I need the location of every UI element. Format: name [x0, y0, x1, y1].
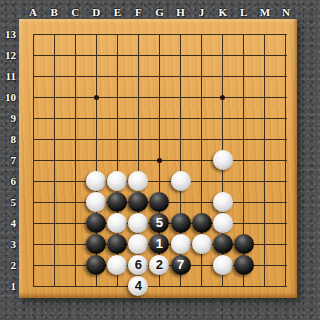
intersection-H6 [170, 171, 191, 192]
row-label-9: 9 [0, 108, 17, 129]
stone-white-D6[interactable] [86, 171, 106, 191]
column-label-L: L [233, 4, 254, 20]
intersection-D6 [86, 171, 107, 192]
row-label-13: 13 [0, 24, 17, 45]
stone-black-G5[interactable] [149, 192, 169, 212]
column-label-E: E [107, 4, 128, 20]
stone-white-K4[interactable] [213, 213, 233, 233]
stone-black-G4-move-5[interactable]: 5 [149, 213, 169, 233]
intersection-E5 [107, 192, 128, 213]
stone-white-J3[interactable] [192, 234, 212, 254]
stone-white-H3[interactable] [171, 234, 191, 254]
intersection-D3 [86, 234, 107, 255]
row-label-10: 10 [0, 87, 17, 108]
intersection-H4 [170, 213, 191, 234]
intersection-F5 [128, 192, 149, 213]
intersection-G2: 2 [149, 255, 170, 276]
stone-white-E2[interactable] [107, 255, 127, 275]
row-label-1: 1 [0, 276, 17, 297]
stone-white-H6[interactable] [171, 171, 191, 191]
column-label-G: G [149, 4, 170, 20]
intersection-K7 [212, 150, 233, 171]
intersection-K2 [212, 255, 233, 276]
row-label-11: 11 [0, 66, 17, 87]
column-label-C: C [65, 4, 86, 20]
intersection-F6 [128, 171, 149, 192]
stone-white-F2-move-6[interactable]: 6 [128, 255, 148, 275]
star-point-G7 [157, 158, 162, 163]
stone-white-K5[interactable] [213, 192, 233, 212]
stone-black-H4[interactable] [171, 213, 191, 233]
intersection-F3 [128, 234, 149, 255]
intersection-E6 [107, 171, 128, 192]
intersection-J4 [191, 213, 212, 234]
row-label-8: 8 [0, 129, 17, 150]
intersection-F4 [128, 213, 149, 234]
stone-white-E6[interactable] [107, 171, 127, 191]
star-point-K10 [220, 95, 225, 100]
intersection-K4 [212, 213, 233, 234]
intersection-J3 [191, 234, 212, 255]
row-label-7: 7 [0, 150, 17, 171]
stone-white-F4[interactable] [128, 213, 148, 233]
intersection-H3 [170, 234, 191, 255]
intersection-G4: 5 [149, 213, 170, 234]
stone-black-G3-move-1[interactable]: 1 [149, 234, 169, 254]
stone-white-F3[interactable] [128, 234, 148, 254]
column-label-M: M [254, 4, 275, 20]
intersection-E4 [107, 213, 128, 234]
go-diagram: ABCDEFGHJKLMN 13121110987654321 516274 [0, 0, 320, 320]
stone-black-L2[interactable] [234, 255, 254, 275]
row-label-4: 4 [0, 213, 17, 234]
intersection-K5 [212, 192, 233, 213]
stone-black-D3[interactable] [86, 234, 106, 254]
intersection-F1: 4 [128, 276, 149, 297]
stone-black-D2[interactable] [86, 255, 106, 275]
column-label-D: D [86, 4, 107, 20]
stone-black-F5[interactable] [128, 192, 148, 212]
stone-white-F1-move-4[interactable]: 4 [128, 276, 148, 296]
intersection-L3 [233, 234, 254, 255]
intersection-D5 [86, 192, 107, 213]
stone-black-K3[interactable] [213, 234, 233, 254]
column-label-F: F [128, 4, 149, 20]
stone-black-J4[interactable] [192, 213, 212, 233]
intersection-K3 [212, 234, 233, 255]
stone-white-F6[interactable] [128, 171, 148, 191]
intersection-E3 [107, 234, 128, 255]
stone-white-K2[interactable] [213, 255, 233, 275]
stone-black-E3[interactable] [107, 234, 127, 254]
row-label-3: 3 [0, 234, 17, 255]
stone-black-D4[interactable] [86, 213, 106, 233]
stone-white-G2-move-2[interactable]: 2 [149, 255, 169, 275]
column-labels: ABCDEFGHJKLMN [22, 4, 296, 20]
intersection-E2 [107, 255, 128, 276]
intersection-D4 [86, 213, 107, 234]
intersection-L2 [233, 255, 254, 276]
stone-black-H2-move-7[interactable]: 7 [171, 255, 191, 275]
row-label-6: 6 [0, 171, 17, 192]
column-label-K: K [212, 4, 233, 20]
column-label-A: A [22, 4, 43, 20]
stone-black-E5[interactable] [107, 192, 127, 212]
row-labels: 13121110987654321 [0, 24, 17, 297]
column-label-H: H [170, 4, 191, 20]
column-label-N: N [275, 4, 296, 20]
intersection-H2: 7 [170, 255, 191, 276]
intersection-G5 [149, 192, 170, 213]
stone-white-D5[interactable] [86, 192, 106, 212]
row-label-5: 5 [0, 192, 17, 213]
column-label-J: J [191, 4, 212, 20]
stone-white-K7[interactable] [213, 150, 233, 170]
intersection-G3: 1 [149, 234, 170, 255]
go-board[interactable]: 516274 [19, 19, 297, 298]
star-point-D10 [94, 95, 99, 100]
column-label-B: B [44, 4, 65, 20]
stone-black-L3[interactable] [234, 234, 254, 254]
row-label-12: 12 [0, 45, 17, 66]
stone-white-E4[interactable] [107, 213, 127, 233]
row-label-2: 2 [0, 255, 17, 276]
intersection-F2: 6 [128, 255, 149, 276]
intersection-D2 [86, 255, 107, 276]
